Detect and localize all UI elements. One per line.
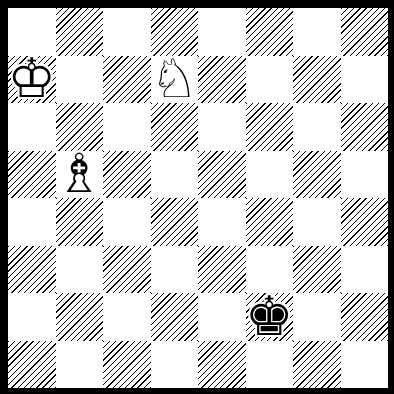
square-e3[interactable]: [198, 246, 246, 294]
square-c3[interactable]: [103, 246, 151, 294]
white-knight-halo: ♞: [151, 56, 199, 104]
square-f2[interactable]: ♚♚: [246, 293, 294, 341]
square-a5[interactable]: [8, 151, 56, 199]
square-g8[interactable]: [293, 8, 341, 56]
square-f3[interactable]: [246, 246, 294, 294]
white-king-halo: ♚: [8, 56, 56, 104]
square-h1[interactable]: [341, 341, 389, 389]
square-a6[interactable]: [8, 103, 56, 151]
square-a4[interactable]: [8, 198, 56, 246]
square-f5[interactable]: [246, 151, 294, 199]
square-d2[interactable]: [151, 293, 199, 341]
square-d3[interactable]: [151, 246, 199, 294]
chess-diagram: ♚♔♞♘♝♗♚♚: [0, 0, 394, 394]
square-c1[interactable]: [103, 341, 151, 389]
square-e1[interactable]: [198, 341, 246, 389]
square-b6[interactable]: [56, 103, 104, 151]
square-g5[interactable]: [293, 151, 341, 199]
square-a7[interactable]: ♚♔: [8, 56, 56, 104]
square-d7[interactable]: ♞♘: [151, 56, 199, 104]
square-c7[interactable]: [103, 56, 151, 104]
black-king-halo: ♚: [246, 293, 294, 341]
square-a3[interactable]: [8, 246, 56, 294]
square-a1[interactable]: [8, 341, 56, 389]
square-f1[interactable]: [246, 341, 294, 389]
square-b1[interactable]: [56, 341, 104, 389]
square-h4[interactable]: [341, 198, 389, 246]
square-h6[interactable]: [341, 103, 389, 151]
square-a8[interactable]: [8, 8, 56, 56]
square-d1[interactable]: [151, 341, 199, 389]
square-f7[interactable]: [246, 56, 294, 104]
square-h2[interactable]: [341, 293, 389, 341]
square-g2[interactable]: [293, 293, 341, 341]
square-a2[interactable]: [8, 293, 56, 341]
chess-board: ♚♔♞♘♝♗♚♚: [0, 0, 394, 394]
square-d8[interactable]: [151, 8, 199, 56]
square-b5[interactable]: ♝♗: [56, 151, 104, 199]
black-king-piece: ♚: [246, 293, 294, 341]
square-g3[interactable]: [293, 246, 341, 294]
square-h8[interactable]: [341, 8, 389, 56]
square-f6[interactable]: [246, 103, 294, 151]
square-c4[interactable]: [103, 198, 151, 246]
square-g6[interactable]: [293, 103, 341, 151]
white-king-piece: ♔: [8, 56, 56, 104]
square-b7[interactable]: [56, 56, 104, 104]
white-knight-piece: ♘: [151, 56, 199, 104]
square-e2[interactable]: [198, 293, 246, 341]
square-d4[interactable]: [151, 198, 199, 246]
square-e5[interactable]: [198, 151, 246, 199]
square-e4[interactable]: [198, 198, 246, 246]
square-g4[interactable]: [293, 198, 341, 246]
square-f8[interactable]: [246, 8, 294, 56]
square-e6[interactable]: [198, 103, 246, 151]
square-e8[interactable]: [198, 8, 246, 56]
square-b8[interactable]: [56, 8, 104, 56]
square-h5[interactable]: [341, 151, 389, 199]
square-h3[interactable]: [341, 246, 389, 294]
square-h7[interactable]: [341, 56, 389, 104]
square-b3[interactable]: [56, 246, 104, 294]
square-b2[interactable]: [56, 293, 104, 341]
square-g1[interactable]: [293, 341, 341, 389]
square-g7[interactable]: [293, 56, 341, 104]
square-d5[interactable]: [151, 151, 199, 199]
square-c2[interactable]: [103, 293, 151, 341]
square-d6[interactable]: [151, 103, 199, 151]
square-e7[interactable]: [198, 56, 246, 104]
square-c5[interactable]: [103, 151, 151, 199]
square-b4[interactable]: [56, 198, 104, 246]
square-f4[interactable]: [246, 198, 294, 246]
white-bishop-halo: ♝: [56, 151, 104, 199]
white-bishop-piece: ♗: [56, 151, 104, 199]
square-c6[interactable]: [103, 103, 151, 151]
square-c8[interactable]: [103, 8, 151, 56]
